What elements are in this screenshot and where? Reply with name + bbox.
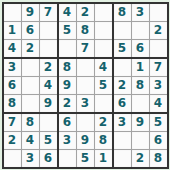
cell-r3c4[interactable] xyxy=(59,40,76,57)
cell-r8c8[interactable] xyxy=(132,132,149,149)
cell-r7c5[interactable] xyxy=(77,114,94,131)
cell-r2c3[interactable] xyxy=(40,22,57,39)
cell-r6c3[interactable]: 9 xyxy=(40,95,57,112)
box-6: 1728364 xyxy=(114,59,167,112)
cell-r9c5[interactable]: 5 xyxy=(77,150,94,167)
cell-r4c5[interactable] xyxy=(77,59,94,76)
cell-r3c6[interactable] xyxy=(95,40,112,57)
cell-r6c1[interactable]: 8 xyxy=(4,95,21,112)
cell-r8c2[interactable]: 4 xyxy=(22,132,39,149)
cell-r8c1[interactable]: 2 xyxy=(4,132,21,149)
cell-r3c9[interactable] xyxy=(150,40,167,57)
cell-r3c2[interactable]: 2 xyxy=(22,40,39,57)
cell-r1c2[interactable]: 9 xyxy=(22,4,39,21)
cell-r5c1[interactable]: 6 xyxy=(4,77,21,94)
cell-r5c9[interactable]: 3 xyxy=(150,77,167,94)
cell-r4c7[interactable] xyxy=(114,59,131,76)
cell-r9c3[interactable]: 6 xyxy=(40,150,57,167)
cell-r4c9[interactable]: 7 xyxy=(150,59,167,76)
cell-r4c8[interactable]: 1 xyxy=(132,59,149,76)
cell-r5c6[interactable]: 5 xyxy=(95,77,112,94)
cell-r8c9[interactable]: 6 xyxy=(150,132,167,149)
cell-r2c1[interactable]: 1 xyxy=(4,22,21,39)
cell-r7c7[interactable]: 3 xyxy=(114,114,131,131)
cell-r1c7[interactable]: 8 xyxy=(114,4,131,21)
cell-r5c2[interactable] xyxy=(22,77,39,94)
box-7: 7824536 xyxy=(4,114,57,167)
cell-r6c6[interactable] xyxy=(95,95,112,112)
cell-r2c2[interactable]: 6 xyxy=(22,22,39,39)
box-2: 42587 xyxy=(59,4,112,57)
box-3: 83256 xyxy=(114,4,167,57)
cell-r8c6[interactable]: 8 xyxy=(95,132,112,149)
cell-r9c9[interactable]: 8 xyxy=(150,150,167,167)
cell-r2c4[interactable]: 5 xyxy=(59,22,76,39)
box-1: 971642 xyxy=(4,4,57,57)
cell-r5c8[interactable]: 8 xyxy=(132,77,149,94)
cell-r7c9[interactable]: 5 xyxy=(150,114,167,131)
cell-r7c4[interactable]: 6 xyxy=(59,114,76,131)
cell-r6c2[interactable] xyxy=(22,95,39,112)
cell-r3c7[interactable]: 5 xyxy=(114,40,131,57)
box-5: 849523 xyxy=(59,59,112,112)
cell-r9c2[interactable]: 3 xyxy=(22,150,39,167)
box-9: 395628 xyxy=(114,114,167,167)
cell-r4c1[interactable]: 3 xyxy=(4,59,21,76)
cell-r4c3[interactable]: 2 xyxy=(40,59,57,76)
cell-r2c6[interactable] xyxy=(95,22,112,39)
cell-r9c4[interactable] xyxy=(59,150,76,167)
cell-r4c6[interactable]: 4 xyxy=(95,59,112,76)
cell-r2c9[interactable]: 2 xyxy=(150,22,167,39)
cell-r5c4[interactable]: 9 xyxy=(59,77,76,94)
cell-r1c4[interactable]: 4 xyxy=(59,4,76,21)
cell-r1c3[interactable]: 7 xyxy=(40,4,57,21)
cell-r9c6[interactable]: 1 xyxy=(95,150,112,167)
cell-r1c5[interactable]: 2 xyxy=(77,4,94,21)
cell-r1c9[interactable] xyxy=(150,4,167,21)
cell-r2c8[interactable] xyxy=(132,22,149,39)
cell-r7c3[interactable] xyxy=(40,114,57,131)
cell-r2c5[interactable]: 8 xyxy=(77,22,94,39)
cell-r3c1[interactable]: 4 xyxy=(4,40,21,57)
cell-r4c4[interactable]: 8 xyxy=(59,59,76,76)
cell-r5c7[interactable]: 2 xyxy=(114,77,131,94)
cell-r1c6[interactable] xyxy=(95,4,112,21)
cell-r9c7[interactable] xyxy=(114,150,131,167)
cell-r2c7[interactable] xyxy=(114,22,131,39)
cell-r7c8[interactable]: 9 xyxy=(132,114,149,131)
cell-r6c4[interactable]: 2 xyxy=(59,95,76,112)
cell-r5c3[interactable]: 4 xyxy=(40,77,57,94)
cell-r6c8[interactable] xyxy=(132,95,149,112)
cell-r3c8[interactable]: 6 xyxy=(132,40,149,57)
cell-r7c6[interactable]: 2 xyxy=(95,114,112,131)
cell-r6c7[interactable]: 6 xyxy=(114,95,131,112)
cell-r5c5[interactable] xyxy=(77,77,94,94)
box-4: 326489 xyxy=(4,59,57,112)
cell-r8c7[interactable] xyxy=(114,132,131,149)
sudoku-board: 9716424258783256326489849523172836478245… xyxy=(2,2,169,169)
cell-r1c1[interactable] xyxy=(4,4,21,21)
cell-r1c8[interactable]: 3 xyxy=(132,4,149,21)
cell-r6c5[interactable]: 3 xyxy=(77,95,94,112)
cell-r9c1[interactable] xyxy=(4,150,21,167)
cell-r8c5[interactable]: 9 xyxy=(77,132,94,149)
cell-r3c5[interactable]: 7 xyxy=(77,40,94,57)
cell-r8c4[interactable]: 3 xyxy=(59,132,76,149)
cell-r7c2[interactable]: 8 xyxy=(22,114,39,131)
cell-r9c8[interactable]: 2 xyxy=(132,150,149,167)
cell-r7c1[interactable]: 7 xyxy=(4,114,21,131)
box-8: 6239851 xyxy=(59,114,112,167)
cell-r3c3[interactable] xyxy=(40,40,57,57)
cell-r4c2[interactable] xyxy=(22,59,39,76)
cell-r8c3[interactable]: 5 xyxy=(40,132,57,149)
cell-r6c9[interactable]: 4 xyxy=(150,95,167,112)
